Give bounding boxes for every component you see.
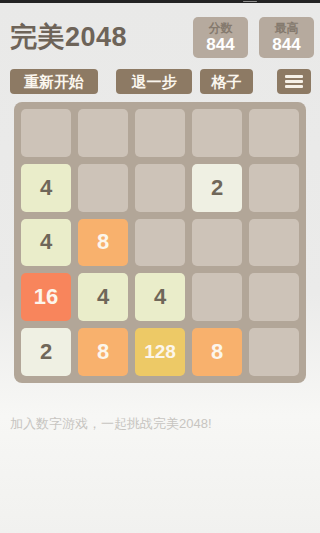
score-label: 分数 <box>193 22 248 35</box>
toolbar: 重新开始 退一步 格子 <box>0 69 320 94</box>
tile-4: 4 <box>135 273 185 321</box>
footer-text: 加入数字游戏，一起挑战完美2048! <box>10 415 212 433</box>
tile-128: 128 <box>135 328 185 376</box>
tile-4: 4 <box>21 164 71 212</box>
cell-empty-r1c3 <box>135 109 185 157</box>
cell-empty-r3c3 <box>135 219 185 267</box>
status-bar <box>0 0 320 3</box>
tile-4: 4 <box>78 273 128 321</box>
tile-8: 8 <box>78 219 128 267</box>
menu-button[interactable] <box>277 69 311 94</box>
cell-empty-r4c5 <box>249 273 299 321</box>
cell-empty-r5c5 <box>249 328 299 376</box>
cell-empty-r2c5 <box>249 164 299 212</box>
tile-2: 2 <box>192 164 242 212</box>
cell-empty-r1c4 <box>192 109 242 157</box>
score-box: 分数 844 <box>193 17 248 58</box>
cell-empty-r3c4 <box>192 219 242 267</box>
tile-16: 16 <box>21 273 71 321</box>
restart-button[interactable]: 重新开始 <box>10 69 98 94</box>
best-value: 844 <box>259 35 314 54</box>
score-value: 844 <box>193 35 248 54</box>
page-title: 完美2048 <box>10 19 127 55</box>
board-grid[interactable]: 42481644281288 <box>14 102 306 383</box>
cell-empty-r1c2 <box>78 109 128 157</box>
tile-2: 2 <box>21 328 71 376</box>
tile-4: 4 <box>21 219 71 267</box>
scoreboard: 分数 844 最高 844 <box>193 17 314 58</box>
cell-empty-r1c5 <box>249 109 299 157</box>
best-box: 最高 844 <box>259 17 314 58</box>
cell-empty-r2c2 <box>78 164 128 212</box>
hamburger-icon <box>285 75 303 78</box>
tile-8: 8 <box>78 328 128 376</box>
status-bar-dash <box>243 1 257 2</box>
undo-button[interactable]: 退一步 <box>116 69 192 94</box>
cell-empty-r3c5 <box>249 219 299 267</box>
cell-empty-r2c3 <box>135 164 185 212</box>
cell-empty-r1c1 <box>21 109 71 157</box>
best-label: 最高 <box>259 22 314 35</box>
grid-button[interactable]: 格子 <box>200 69 253 94</box>
cell-empty-r4c4 <box>192 273 242 321</box>
tile-8: 8 <box>192 328 242 376</box>
